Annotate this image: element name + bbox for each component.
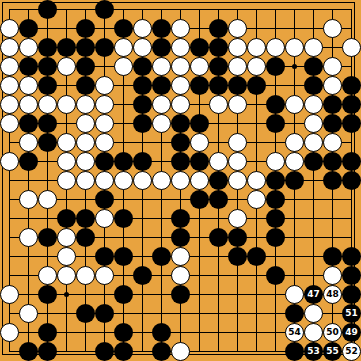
stone-white-move-50: 50 xyxy=(323,323,342,342)
stone-white xyxy=(76,152,95,171)
stone-black xyxy=(76,57,95,76)
stone-black xyxy=(152,323,171,342)
stone-black xyxy=(209,57,228,76)
stone-white xyxy=(228,57,247,76)
stone-black xyxy=(190,38,209,57)
stone-black xyxy=(38,57,57,76)
stone-white xyxy=(57,247,76,266)
stone-white xyxy=(57,266,76,285)
stone-black xyxy=(133,152,152,171)
stone-black xyxy=(38,323,57,342)
stone-white xyxy=(190,133,209,152)
stone-black xyxy=(209,19,228,38)
stone-white xyxy=(19,76,38,95)
stone-black xyxy=(228,228,247,247)
stone-black xyxy=(304,76,323,95)
stone-black xyxy=(323,95,342,114)
stone-white xyxy=(266,152,285,171)
stone-white xyxy=(76,266,95,285)
stone-white xyxy=(152,114,171,133)
stone-black xyxy=(190,76,209,95)
stone-white xyxy=(285,95,304,114)
stone-black-move-53: 53 xyxy=(304,342,323,361)
stone-white xyxy=(57,152,76,171)
stone-white xyxy=(228,152,247,171)
stone-white xyxy=(228,38,247,57)
stone-white xyxy=(133,19,152,38)
stone-black xyxy=(285,342,304,361)
stone-white xyxy=(76,114,95,133)
stone-white xyxy=(304,304,323,323)
stone-white xyxy=(190,57,209,76)
stone-white xyxy=(304,114,323,133)
stone-white xyxy=(95,209,114,228)
stone-black xyxy=(323,152,342,171)
stone-white xyxy=(304,133,323,152)
stone-black xyxy=(209,228,228,247)
stone-white xyxy=(114,38,133,57)
stone-black xyxy=(171,133,190,152)
stone-black xyxy=(19,19,38,38)
stone-black xyxy=(38,285,57,304)
stone-white xyxy=(0,152,19,171)
stone-black xyxy=(228,76,247,95)
stone-white xyxy=(171,266,190,285)
stone-white-move-54: 54 xyxy=(285,323,304,342)
stone-black xyxy=(57,38,76,57)
stone-black xyxy=(133,95,152,114)
stone-black xyxy=(19,342,38,361)
stone-black xyxy=(228,247,247,266)
stone-black xyxy=(95,342,114,361)
stone-black-move-51: 51 xyxy=(342,304,361,323)
stone-black xyxy=(209,76,228,95)
stone-black xyxy=(342,76,361,95)
stone-black xyxy=(342,285,361,304)
stone-white xyxy=(285,38,304,57)
stone-white xyxy=(152,95,171,114)
stone-white-move-48: 48 xyxy=(323,285,342,304)
stone-black xyxy=(38,0,57,19)
stone-white xyxy=(304,95,323,114)
stone-black xyxy=(266,190,285,209)
stone-white xyxy=(171,38,190,57)
stone-black xyxy=(114,19,133,38)
stone-white xyxy=(323,57,342,76)
stone-white xyxy=(247,190,266,209)
stone-white xyxy=(0,285,19,304)
stone-white xyxy=(57,171,76,190)
stone-black xyxy=(114,152,133,171)
stone-white xyxy=(228,133,247,152)
stone-black xyxy=(114,285,133,304)
stone-black xyxy=(342,152,361,171)
stone-black xyxy=(266,171,285,190)
stone-black xyxy=(114,209,133,228)
stone-white xyxy=(171,76,190,95)
stone-black xyxy=(95,0,114,19)
stone-black xyxy=(342,95,361,114)
stone-black xyxy=(133,266,152,285)
stone-black xyxy=(95,38,114,57)
star-point xyxy=(292,64,297,69)
stone-black xyxy=(76,19,95,38)
stone-black xyxy=(133,76,152,95)
stone-black xyxy=(95,247,114,266)
stone-white xyxy=(304,38,323,57)
stone-white xyxy=(323,19,342,38)
stone-white xyxy=(95,76,114,95)
stone-white xyxy=(38,95,57,114)
stone-black xyxy=(285,171,304,190)
stone-white xyxy=(76,133,95,152)
stone-white xyxy=(0,57,19,76)
stone-black xyxy=(133,57,152,76)
stone-black xyxy=(266,209,285,228)
stone-white xyxy=(171,247,190,266)
stone-black xyxy=(247,247,266,266)
stone-black xyxy=(19,57,38,76)
stone-black xyxy=(38,38,57,57)
stone-white xyxy=(133,38,152,57)
stone-black xyxy=(95,304,114,323)
stone-white xyxy=(76,171,95,190)
stone-white xyxy=(228,19,247,38)
stone-black xyxy=(304,57,323,76)
stone-white xyxy=(76,95,95,114)
stone-white xyxy=(57,57,76,76)
stone-white xyxy=(228,95,247,114)
stone-white xyxy=(0,323,19,342)
stone-white xyxy=(0,19,19,38)
stone-white xyxy=(323,76,342,95)
stone-black xyxy=(38,228,57,247)
stone-black xyxy=(266,228,285,247)
stone-white xyxy=(95,95,114,114)
stone-black xyxy=(323,171,342,190)
stone-white xyxy=(95,133,114,152)
stone-black xyxy=(171,228,190,247)
stone-black xyxy=(171,209,190,228)
stone-black xyxy=(266,95,285,114)
stone-black xyxy=(76,76,95,95)
stone-black xyxy=(171,114,190,133)
stone-white xyxy=(95,114,114,133)
stone-white xyxy=(266,38,285,57)
stone-white xyxy=(342,38,361,57)
stone-white xyxy=(247,57,266,76)
stone-white xyxy=(57,95,76,114)
stone-black xyxy=(152,19,171,38)
stone-black xyxy=(19,114,38,133)
stone-white xyxy=(247,171,266,190)
stone-white xyxy=(247,38,266,57)
stone-white xyxy=(209,152,228,171)
stone-white xyxy=(171,171,190,190)
stone-black xyxy=(38,342,57,361)
stone-white xyxy=(0,76,19,95)
stone-black xyxy=(190,152,209,171)
stone-black xyxy=(152,342,171,361)
stone-white xyxy=(228,209,247,228)
stone-white xyxy=(152,171,171,190)
stone-black xyxy=(323,247,342,266)
stone-white xyxy=(114,57,133,76)
stone-black-move-47: 47 xyxy=(304,285,323,304)
stone-black xyxy=(285,304,304,323)
stone-black xyxy=(152,247,171,266)
stone-white xyxy=(19,228,38,247)
stone-black xyxy=(342,114,361,133)
stone-black xyxy=(38,76,57,95)
stone-black xyxy=(38,133,57,152)
stone-white xyxy=(304,323,323,342)
stone-white xyxy=(95,171,114,190)
stone-white xyxy=(0,95,19,114)
stone-white xyxy=(285,133,304,152)
stone-black xyxy=(209,171,228,190)
stone-black xyxy=(323,114,342,133)
stone-white xyxy=(57,133,76,152)
stone-white xyxy=(19,38,38,57)
stone-white xyxy=(0,38,19,57)
stone-white xyxy=(285,285,304,304)
stone-white xyxy=(19,95,38,114)
stone-black xyxy=(342,171,361,190)
stone-black xyxy=(171,152,190,171)
stone-black xyxy=(114,323,133,342)
stone-white xyxy=(19,133,38,152)
stone-white xyxy=(209,95,228,114)
stone-black xyxy=(76,304,95,323)
stone-white xyxy=(57,228,76,247)
stone-white xyxy=(171,19,190,38)
stone-black xyxy=(247,76,266,95)
stone-black xyxy=(76,38,95,57)
stone-white xyxy=(133,171,152,190)
stone-black xyxy=(95,190,114,209)
stone-black xyxy=(171,285,190,304)
stone-white xyxy=(228,171,247,190)
stone-black xyxy=(266,114,285,133)
stone-black xyxy=(76,209,95,228)
stone-black xyxy=(190,190,209,209)
stone-white xyxy=(171,95,190,114)
stone-white xyxy=(323,266,342,285)
stone-white xyxy=(19,304,38,323)
stone-white xyxy=(285,152,304,171)
stone-black xyxy=(190,114,209,133)
stone-black xyxy=(95,152,114,171)
stone-white xyxy=(323,133,342,152)
stone-black-move-55: 55 xyxy=(323,342,342,361)
stone-black xyxy=(342,266,361,285)
stone-black xyxy=(209,38,228,57)
go-board: 474851545049535552 xyxy=(0,0,361,361)
stone-black xyxy=(133,114,152,133)
stone-black xyxy=(209,190,228,209)
stone-black xyxy=(76,228,95,247)
stone-black-move-49: 49 xyxy=(342,323,361,342)
stone-white xyxy=(171,57,190,76)
stone-black xyxy=(38,114,57,133)
stone-white xyxy=(38,266,57,285)
stone-black xyxy=(152,38,171,57)
stone-white xyxy=(0,114,19,133)
stone-black xyxy=(266,266,285,285)
stone-white xyxy=(19,190,38,209)
stone-white xyxy=(171,342,190,361)
stone-black xyxy=(152,76,171,95)
stone-white xyxy=(190,171,209,190)
stone-black xyxy=(57,209,76,228)
stone-white xyxy=(114,171,133,190)
stone-white-move-52: 52 xyxy=(342,342,361,361)
stone-black xyxy=(114,342,133,361)
star-point xyxy=(64,292,69,297)
stone-black xyxy=(19,152,38,171)
stone-white xyxy=(95,266,114,285)
stone-black xyxy=(304,152,323,171)
stone-black xyxy=(342,247,361,266)
stone-white xyxy=(38,190,57,209)
stone-black xyxy=(266,57,285,76)
stone-white xyxy=(152,57,171,76)
grid-hline xyxy=(9,199,352,200)
stone-black xyxy=(114,247,133,266)
